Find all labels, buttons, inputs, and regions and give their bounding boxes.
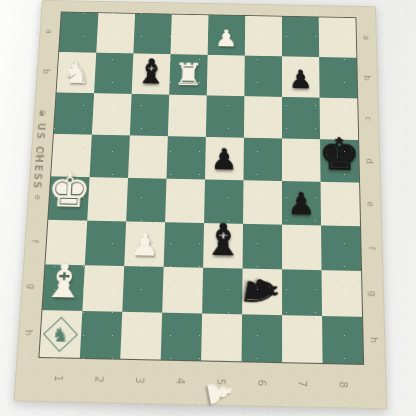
files-left-f: f — [30, 240, 40, 243]
square-d7[interactable] — [282, 138, 321, 181]
rank-label-3: 3 — [133, 377, 145, 384]
piece-white-knight-b1[interactable]: ♞ — [61, 56, 92, 87]
square-d2[interactable] — [90, 135, 130, 178]
square-e3[interactable] — [126, 178, 166, 222]
square-f4[interactable] — [164, 222, 204, 267]
piece-white-rook-b4[interactable]: ♜ — [173, 58, 203, 89]
square-f2[interactable] — [85, 221, 126, 266]
files-left-b: b — [41, 69, 51, 74]
square-g7[interactable] — [282, 269, 322, 316]
files-right-c: c — [363, 116, 373, 121]
square-h8[interactable] — [322, 316, 363, 364]
photo-canvas: ♞ US CHESS aabbccddeeffgghh12345678♞♟♞♝♜… — [0, 0, 416, 416]
square-b5[interactable] — [207, 55, 245, 96]
square-a3[interactable] — [133, 14, 171, 54]
piece-black-knight-g6-fallen[interactable]: ♞ — [236, 269, 285, 315]
square-c3[interactable] — [130, 94, 169, 136]
rank-label-6: 6 — [255, 379, 267, 386]
files-left-c: c — [39, 110, 49, 115]
square-f8[interactable] — [321, 225, 361, 271]
piece-white-pawn-a5[interactable]: ♟ — [215, 26, 237, 49]
rank-label-2: 2 — [93, 376, 105, 383]
square-h4[interactable] — [161, 313, 202, 361]
square-b8[interactable] — [319, 57, 357, 98]
square-a6[interactable] — [245, 16, 282, 56]
files-right-g: g — [368, 290, 378, 296]
square-a8[interactable] — [319, 17, 357, 57]
square-d3[interactable] — [128, 135, 168, 178]
square-g4[interactable] — [162, 267, 203, 314]
square-g8[interactable] — [322, 270, 363, 317]
square-a7[interactable] — [282, 17, 319, 57]
square-f6[interactable] — [243, 224, 282, 269]
files-left-g: g — [27, 283, 38, 289]
files-right-f: f — [367, 247, 377, 250]
square-g2[interactable] — [82, 265, 124, 312]
square-c7[interactable] — [282, 97, 320, 139]
files-right-d: d — [364, 158, 374, 164]
square-c1[interactable] — [54, 92, 94, 134]
square-f7[interactable] — [282, 225, 322, 271]
square-b2[interactable] — [94, 53, 133, 94]
files-left-a: a — [44, 29, 54, 34]
rank-label-7: 7 — [296, 380, 308, 387]
chess-board: ♞ US CHESS aabbccddeeffgghh12345678♞♟♞♝♜… — [14, 0, 388, 409]
square-d6[interactable] — [243, 138, 282, 181]
us-chess-logo: ♞ US CHESS — [31, 109, 47, 191]
square-e4[interactable] — [165, 179, 205, 223]
files-right-b: b — [362, 75, 372, 80]
rank-label-4: 4 — [174, 378, 186, 385]
square-d4[interactable] — [166, 136, 205, 179]
piece-white-pawn-f3[interactable]: ♟ — [130, 228, 160, 260]
square-a1[interactable] — [59, 12, 98, 52]
rank-label-8: 8 — [337, 381, 349, 388]
square-c5[interactable] — [206, 95, 244, 137]
square-e8[interactable] — [321, 182, 361, 226]
square-h7[interactable] — [282, 315, 323, 363]
square-e2[interactable] — [87, 177, 128, 221]
files-right-h: h — [369, 337, 379, 343]
square-a4[interactable] — [170, 15, 208, 55]
files-right-e: e — [365, 201, 375, 207]
files-right-a: a — [362, 35, 372, 40]
piece-black-pawn-d5[interactable]: ♟ — [211, 145, 238, 174]
piece-black-bishop-b3[interactable]: ♝ — [135, 55, 168, 89]
square-h6[interactable] — [242, 314, 282, 362]
captured-white-pawn-offboard[interactable]: ♟ — [201, 376, 237, 410]
square-c4[interactable] — [168, 95, 207, 137]
square-g3[interactable] — [122, 266, 163, 313]
square-c6[interactable] — [244, 96, 282, 138]
square-a2[interactable] — [96, 13, 135, 53]
piece-black-pawn-b7[interactable]: ♟ — [289, 67, 312, 92]
square-b6[interactable] — [244, 56, 282, 97]
square-e6[interactable] — [243, 180, 282, 224]
files-left-e: e — [33, 194, 43, 200]
files-left-d: d — [36, 151, 46, 157]
files-left-h: h — [23, 330, 34, 336]
square-h2[interactable] — [80, 311, 122, 359]
piece-black-king-d8[interactable]: ♚ — [318, 131, 360, 176]
piece-black-bishop-f5[interactable]: ♝ — [203, 218, 243, 262]
square-h1[interactable] — [39, 310, 82, 358]
square-c2[interactable] — [92, 93, 132, 135]
rank-label-1: 1 — [52, 375, 64, 382]
piece-white-bishop-g1[interactable]: ♝ — [42, 257, 87, 304]
square-h3[interactable] — [120, 312, 162, 360]
piece-black-pawn-e7[interactable]: ♟ — [288, 188, 316, 219]
piece-white-king-e1[interactable]: ♚ — [46, 166, 92, 214]
square-h5[interactable] — [201, 313, 242, 361]
